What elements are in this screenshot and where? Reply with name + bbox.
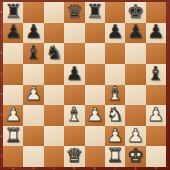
white-pawn-b4[interactable]: ♟ (25, 85, 42, 104)
file-label-b: b (23, 167, 43, 170)
square-d1[interactable]: ♛ (64, 146, 84, 167)
square-f7[interactable]: ♟ (105, 23, 125, 44)
file-label-h: h (146, 167, 166, 170)
square-a6[interactable] (3, 43, 23, 64)
square-b3[interactable] (23, 105, 43, 126)
square-f6[interactable] (105, 43, 125, 64)
square-f5[interactable] (105, 64, 125, 85)
square-e1[interactable] (85, 146, 105, 167)
square-c8[interactable] (44, 2, 64, 23)
black-bishop-b6[interactable]: ♝ (25, 43, 42, 62)
square-b4[interactable]: ♟ (23, 85, 43, 106)
file-coordinates: abcdefgh (3, 167, 166, 170)
white-pawn-h3[interactable]: ♟ (147, 105, 164, 124)
square-h1[interactable] (146, 146, 166, 167)
square-c5[interactable] (44, 64, 64, 85)
square-h3[interactable]: ♟ (146, 105, 166, 126)
square-c3[interactable] (44, 105, 64, 126)
square-g3[interactable] (125, 105, 145, 126)
square-c7[interactable] (44, 23, 64, 44)
square-a5[interactable] (3, 64, 23, 85)
black-pawn-a7[interactable]: ♟ (5, 23, 22, 42)
square-e4[interactable] (85, 85, 105, 106)
square-a7[interactable]: ♟ (3, 23, 23, 44)
square-a1[interactable] (3, 146, 23, 167)
square-f3[interactable]: ♞ (105, 105, 125, 126)
square-b6[interactable]: ♝ (23, 43, 43, 64)
square-f1[interactable]: ♜ (105, 146, 125, 167)
black-rook-a8[interactable]: ♜ (5, 2, 22, 21)
square-b1[interactable] (23, 146, 43, 167)
black-queen-d8[interactable]: ♛ (66, 2, 83, 21)
square-f4[interactable]: ♝ (105, 85, 125, 106)
white-pawn-g2[interactable]: ♟ (127, 126, 144, 145)
square-c2[interactable] (44, 126, 64, 147)
file-label-g: g (125, 167, 145, 170)
square-e5[interactable] (85, 64, 105, 85)
black-pawn-h7[interactable]: ♟ (147, 23, 164, 42)
square-b2[interactable] (23, 126, 43, 147)
square-d2[interactable] (64, 126, 84, 147)
square-e3[interactable]: ♟ (85, 105, 105, 126)
square-c6[interactable]: ♞ (44, 43, 64, 64)
square-d3[interactable]: ♝ (64, 105, 84, 126)
file-label-e: e (85, 167, 105, 170)
file-label-a: a (3, 167, 23, 170)
square-b5[interactable] (23, 64, 43, 85)
white-queen-d1[interactable]: ♛ (66, 146, 83, 165)
chess-board: ♜♛♜♚♟♟♟♟♟♝♞♟♝♟♝♟♝♟♞♟♜♟♟♛♜♚ (3, 2, 166, 167)
square-h2[interactable] (146, 126, 166, 147)
file-label-d: d (64, 167, 84, 170)
square-h6[interactable] (146, 43, 166, 64)
white-rook-f1[interactable]: ♜ (107, 146, 124, 165)
black-pawn-d5[interactable]: ♟ (66, 64, 83, 83)
square-b7[interactable]: ♟ (23, 23, 43, 44)
square-d7[interactable] (64, 23, 84, 44)
square-d4[interactable] (64, 85, 84, 106)
white-bishop-d3[interactable]: ♝ (66, 105, 83, 124)
square-c1[interactable] (44, 146, 64, 167)
square-d8[interactable]: ♛ (64, 2, 84, 23)
square-g8[interactable]: ♚ (125, 2, 145, 23)
black-rook-e8[interactable]: ♜ (86, 2, 103, 21)
white-pawn-e3[interactable]: ♟ (86, 105, 103, 124)
white-bishop-f4[interactable]: ♝ (107, 85, 124, 104)
square-b8[interactable] (23, 2, 43, 23)
white-pawn-f2[interactable]: ♟ (107, 126, 124, 145)
square-f8[interactable] (105, 2, 125, 23)
square-e8[interactable]: ♜ (85, 2, 105, 23)
black-pawn-f7[interactable]: ♟ (107, 23, 124, 42)
square-g2[interactable]: ♟ (125, 126, 145, 147)
square-g5[interactable] (125, 64, 145, 85)
square-f2[interactable]: ♟ (105, 126, 125, 147)
square-e7[interactable] (85, 23, 105, 44)
square-g7[interactable]: ♟ (125, 23, 145, 44)
square-h5[interactable]: ♝ (146, 64, 166, 85)
white-pawn-a3[interactable]: ♟ (5, 105, 22, 124)
black-king-g8[interactable]: ♚ (127, 2, 144, 21)
square-h4[interactable] (146, 85, 166, 106)
square-g4[interactable] (125, 85, 145, 106)
square-g1[interactable]: ♚ (125, 146, 145, 167)
chess-board-frame: ♜♛♜♚♟♟♟♟♟♝♞♟♝♟♝♟♝♟♞♟♜♟♟♛♜♚ 87654321 abcd… (0, 0, 170, 170)
square-e6[interactable] (85, 43, 105, 64)
square-d6[interactable] (64, 43, 84, 64)
black-knight-c6[interactable]: ♞ (45, 43, 62, 62)
square-a4[interactable] (3, 85, 23, 106)
file-label-f: f (105, 167, 125, 170)
square-d5[interactable]: ♟ (64, 64, 84, 85)
white-knight-f3[interactable]: ♞ (107, 105, 124, 124)
square-a2[interactable]: ♜ (3, 126, 23, 147)
square-h8[interactable] (146, 2, 166, 23)
square-h7[interactable]: ♟ (146, 23, 166, 44)
black-pawn-g7[interactable]: ♟ (127, 23, 144, 42)
square-c4[interactable] (44, 85, 64, 106)
white-rook-a2[interactable]: ♜ (5, 126, 22, 145)
square-e2[interactable] (85, 126, 105, 147)
black-bishop-h5[interactable]: ♝ (147, 64, 164, 83)
square-a3[interactable]: ♟ (3, 105, 23, 126)
file-label-c: c (44, 167, 64, 170)
black-pawn-b7[interactable]: ♟ (25, 23, 42, 42)
square-g6[interactable] (125, 43, 145, 64)
square-a8[interactable]: ♜ (3, 2, 23, 23)
white-king-g1[interactable]: ♚ (127, 146, 144, 165)
